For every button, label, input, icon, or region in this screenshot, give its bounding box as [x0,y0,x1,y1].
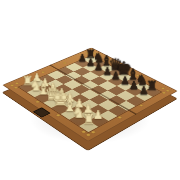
chess-set-photo: ♜♞♝♛♚♝♞♜♟♟♟♟♟♟♟♟♟♟♟♟♟♟♟♟♜♞♝♛♚♝♞♜ [0,0,180,180]
brass-dot [14,87,18,89]
brass-dot [81,130,86,133]
board-frame: ♜♞♝♛♚♝♞♜♟♟♟♟♟♟♟♟♟♟♟♟♟♟♟♟♜♞♝♛♚♝♞♜ [2,48,177,142]
scene: ♜♞♝♛♚♝♞♜♟♟♟♟♟♟♟♟♟♟♟♟♟♟♟♟♜♞♝♛♚♝♞♜ [0,0,180,180]
black-pawn: ♟ [130,85,157,96]
brass-dot [56,114,61,117]
white-rook: ♜ [74,112,103,127]
brass-dot [62,62,66,64]
chess-board: ♜♞♝♛♚♝♞♜♟♟♟♟♟♟♟♟♟♟♟♟♟♟♟♟♜♞♝♛♚♝♞♜ [2,48,177,142]
brass-dot [86,134,91,137]
brass-dot [166,90,170,92]
brass-dot [139,104,143,106]
brass-dot [91,131,96,134]
board-squares: ♜♞♝♛♚♝♞♜♟♟♟♟♟♟♟♟♟♟♟♟♟♟♟♟♜♞♝♛♚♝♞♜ [18,55,163,133]
brass-dot [118,116,123,119]
brass-dot [162,92,166,94]
